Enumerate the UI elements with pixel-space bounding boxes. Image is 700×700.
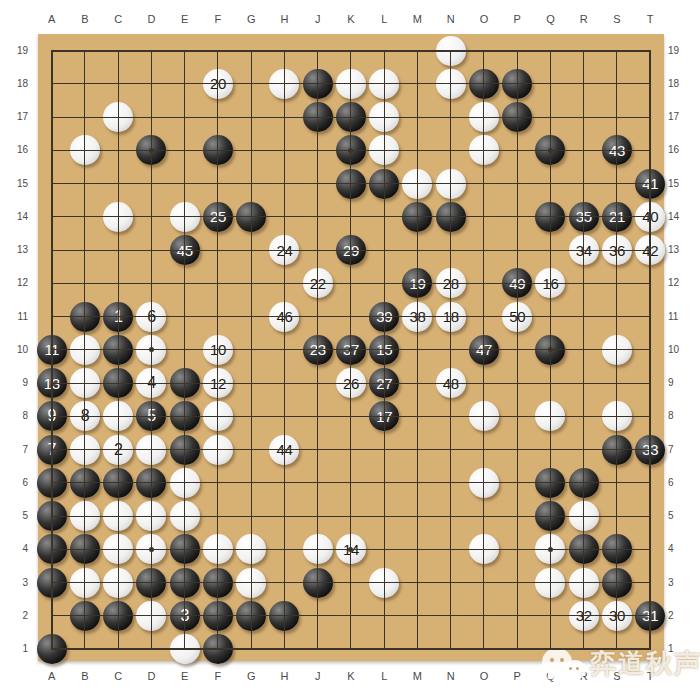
coord-label-bottom: D (139, 670, 163, 682)
coord-label-right: 8 (668, 410, 690, 422)
coord-label-left: 18 (6, 78, 28, 90)
coord-label-right: 18 (668, 78, 690, 90)
coord-label-top: M (405, 13, 429, 25)
coord-label-top: J (306, 13, 330, 25)
coord-label-bottom: K (339, 670, 363, 682)
coord-label-right: 11 (668, 311, 690, 323)
grid-line-horizontal (51, 283, 652, 284)
coord-label-top: G (239, 13, 263, 25)
coord-label-right: 15 (668, 178, 690, 190)
coord-label-bottom: M (405, 670, 429, 682)
coord-label-top: T (638, 13, 662, 25)
grid-line-horizontal (51, 316, 652, 317)
coord-label-left: 14 (6, 211, 28, 223)
coord-label-left: 3 (6, 577, 28, 589)
coord-label-top: S (605, 13, 629, 25)
coord-label-right: 13 (668, 244, 690, 256)
wechat-icon-small-bubble (564, 660, 586, 680)
coord-label-right: 19 (668, 45, 690, 57)
wechat-icon-eye (560, 658, 564, 662)
coord-label-top: Q (538, 13, 562, 25)
coord-label-right: 2 (668, 610, 690, 622)
coord-label-right: 12 (668, 277, 690, 289)
grid-line-horizontal (51, 117, 652, 118)
coord-label-top: N (439, 13, 463, 25)
grid-line-horizontal (51, 383, 652, 384)
grid-line-horizontal (51, 516, 652, 517)
grid-line-horizontal (51, 250, 652, 251)
coord-label-right: 17 (668, 111, 690, 123)
coord-label-right: 16 (668, 144, 690, 156)
coord-label-right: 10 (668, 344, 690, 356)
grid-line-horizontal (51, 648, 652, 650)
go-diagram-screenshot: AABBCCDDEEFFGGHHJJKKLLMMNNOOPPQQRRSSTT19… (0, 0, 700, 700)
coord-label-top: H (272, 13, 296, 25)
coord-label-left: 17 (6, 111, 28, 123)
coord-label-right: 7 (668, 444, 690, 456)
coord-label-right: 5 (668, 510, 690, 522)
coord-label-right: 14 (668, 211, 690, 223)
coord-label-bottom: E (173, 670, 197, 682)
coord-label-top: F (206, 13, 230, 25)
grid-line-horizontal (51, 482, 652, 483)
coord-label-right: 6 (668, 477, 690, 489)
coord-label-bottom: C (106, 670, 130, 682)
coord-label-left: 6 (6, 477, 28, 489)
star-point (149, 148, 154, 153)
grid-line-horizontal (51, 83, 652, 84)
coord-label-bottom: L (372, 670, 396, 682)
coord-label-right: 4 (668, 543, 690, 555)
coord-label-right: 9 (668, 377, 690, 389)
grid-line-horizontal (51, 50, 652, 52)
wechat-icon-eye (569, 667, 572, 670)
coord-label-bottom: G (239, 670, 263, 682)
star-point (548, 547, 553, 552)
coord-label-left: 7 (6, 444, 28, 456)
coord-label-top: D (139, 13, 163, 25)
coord-label-top: C (106, 13, 130, 25)
watermark-text: 弈道秋声 (590, 648, 700, 678)
coord-label-left: 19 (6, 45, 28, 57)
coord-label-bottom: B (73, 670, 97, 682)
star-point (548, 148, 553, 153)
coord-label-left: 8 (6, 410, 28, 422)
coord-label-left: 15 (6, 178, 28, 190)
coord-label-left: 13 (6, 244, 28, 256)
coord-label-left: 2 (6, 610, 28, 622)
coord-label-left: 5 (6, 510, 28, 522)
coord-label-top: K (339, 13, 363, 25)
coord-label-bottom: O (472, 670, 496, 682)
coord-label-left: 9 (6, 377, 28, 389)
coord-label-right: 3 (668, 577, 690, 589)
coord-label-left: 4 (6, 543, 28, 555)
coord-label-top: P (505, 13, 529, 25)
coord-label-top: O (472, 13, 496, 25)
coord-label-top: A (40, 13, 64, 25)
grid-line-horizontal (51, 216, 652, 217)
coord-label-bottom: F (206, 670, 230, 682)
coord-label-left: 10 (6, 344, 28, 356)
grid-line-horizontal (51, 183, 652, 184)
grid-line-horizontal (51, 615, 652, 616)
coord-label-top: B (73, 13, 97, 25)
coord-label-bottom: A (40, 670, 64, 682)
coord-label-left: 16 (6, 144, 28, 156)
coord-label-bottom: P (505, 670, 529, 682)
coord-label-bottom: J (306, 670, 330, 682)
grid-line-horizontal (51, 449, 652, 450)
coord-label-bottom: N (439, 670, 463, 682)
coord-label-left: 12 (6, 277, 28, 289)
grid-line-horizontal (51, 416, 652, 417)
coord-label-top: R (572, 13, 596, 25)
coord-label-left: 1 (6, 643, 28, 655)
star-point (149, 547, 154, 552)
coord-label-top: L (372, 13, 396, 25)
coord-label-left: 11 (6, 311, 28, 323)
wechat-icon-eye (550, 658, 554, 662)
wechat-icon-eye (576, 667, 579, 670)
grid-line-horizontal (51, 582, 652, 583)
coord-label-bottom: H (272, 670, 296, 682)
coord-label-top: E (173, 13, 197, 25)
